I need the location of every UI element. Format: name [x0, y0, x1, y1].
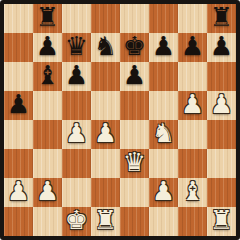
square-e2[interactable] [120, 178, 149, 207]
square-g2[interactable]: ♝ [178, 178, 207, 207]
square-d4[interactable]: ♟ [91, 120, 120, 149]
white-rook-piece: ♜ [210, 206, 233, 235]
black-knight-piece: ♞ [94, 32, 117, 61]
chess-board: ♜♜♟♛♞♚♟♟♟♝♟♟♟♟♟♟♟♞♛♟♟♟♝♚♜♜ [4, 4, 236, 236]
square-c8[interactable] [62, 4, 91, 33]
black-pawn-piece: ♟ [123, 61, 146, 90]
square-b7[interactable]: ♟ [33, 33, 62, 62]
black-pawn-piece: ♟ [7, 90, 30, 119]
square-a8[interactable] [4, 4, 33, 33]
black-bishop-piece: ♝ [36, 61, 59, 90]
black-pawn-piece: ♟ [152, 32, 175, 61]
square-b2[interactable]: ♟ [33, 178, 62, 207]
square-h7[interactable]: ♟ [207, 33, 236, 62]
square-h3[interactable] [207, 149, 236, 178]
square-h6[interactable] [207, 62, 236, 91]
square-h1[interactable]: ♜ [207, 207, 236, 236]
square-h5[interactable]: ♟ [207, 91, 236, 120]
black-pawn-piece: ♟ [210, 32, 233, 61]
white-pawn-piece: ♟ [181, 90, 204, 119]
square-d1[interactable]: ♜ [91, 207, 120, 236]
square-f3[interactable] [149, 149, 178, 178]
square-e3[interactable]: ♛ [120, 149, 149, 178]
square-h4[interactable] [207, 120, 236, 149]
square-d7[interactable]: ♞ [91, 33, 120, 62]
square-c5[interactable] [62, 91, 91, 120]
square-f6[interactable] [149, 62, 178, 91]
black-rook-piece: ♜ [210, 3, 233, 32]
white-pawn-piece: ♟ [152, 177, 175, 206]
square-b6[interactable]: ♝ [33, 62, 62, 91]
square-f7[interactable]: ♟ [149, 33, 178, 62]
square-h2[interactable] [207, 178, 236, 207]
square-e7[interactable]: ♚ [120, 33, 149, 62]
square-d8[interactable] [91, 4, 120, 33]
square-h8[interactable]: ♜ [207, 4, 236, 33]
square-c7[interactable]: ♛ [62, 33, 91, 62]
black-pawn-piece: ♟ [181, 32, 204, 61]
square-a5[interactable]: ♟ [4, 91, 33, 120]
square-e6[interactable]: ♟ [120, 62, 149, 91]
white-pawn-piece: ♟ [65, 119, 88, 148]
square-a6[interactable] [4, 62, 33, 91]
white-queen-piece: ♛ [123, 148, 146, 177]
square-a7[interactable] [4, 33, 33, 62]
square-e1[interactable] [120, 207, 149, 236]
square-f4[interactable]: ♞ [149, 120, 178, 149]
black-pawn-piece: ♟ [65, 61, 88, 90]
square-f5[interactable] [149, 91, 178, 120]
square-b3[interactable] [33, 149, 62, 178]
square-a4[interactable] [4, 120, 33, 149]
square-a1[interactable] [4, 207, 33, 236]
chess-board-frame: ♜♜♟♛♞♚♟♟♟♝♟♟♟♟♟♟♟♞♛♟♟♟♝♚♜♜ [0, 0, 240, 240]
white-pawn-piece: ♟ [94, 119, 117, 148]
black-queen-piece: ♛ [65, 32, 88, 61]
square-f1[interactable] [149, 207, 178, 236]
square-d3[interactable] [91, 149, 120, 178]
square-b1[interactable] [33, 207, 62, 236]
square-g6[interactable] [178, 62, 207, 91]
black-pawn-piece: ♟ [36, 32, 59, 61]
square-d6[interactable] [91, 62, 120, 91]
black-rook-piece: ♜ [36, 3, 59, 32]
square-e8[interactable] [120, 4, 149, 33]
square-c6[interactable]: ♟ [62, 62, 91, 91]
white-pawn-piece: ♟ [36, 177, 59, 206]
square-b4[interactable] [33, 120, 62, 149]
square-f8[interactable] [149, 4, 178, 33]
square-b5[interactable] [33, 91, 62, 120]
square-g3[interactable] [178, 149, 207, 178]
square-g1[interactable] [178, 207, 207, 236]
square-g7[interactable]: ♟ [178, 33, 207, 62]
white-knight-piece: ♞ [152, 119, 175, 148]
square-f2[interactable]: ♟ [149, 178, 178, 207]
white-rook-piece: ♜ [94, 206, 117, 235]
square-d2[interactable] [91, 178, 120, 207]
square-e5[interactable] [120, 91, 149, 120]
white-pawn-piece: ♟ [210, 90, 233, 119]
square-c4[interactable]: ♟ [62, 120, 91, 149]
square-a3[interactable] [4, 149, 33, 178]
black-king-piece: ♚ [123, 32, 146, 61]
white-pawn-piece: ♟ [7, 177, 30, 206]
white-king-piece: ♚ [65, 206, 88, 235]
square-g4[interactable] [178, 120, 207, 149]
square-c1[interactable]: ♚ [62, 207, 91, 236]
square-d5[interactable] [91, 91, 120, 120]
white-bishop-piece: ♝ [181, 177, 204, 206]
square-c3[interactable] [62, 149, 91, 178]
square-c2[interactable] [62, 178, 91, 207]
square-g5[interactable]: ♟ [178, 91, 207, 120]
square-e4[interactable] [120, 120, 149, 149]
square-a2[interactable]: ♟ [4, 178, 33, 207]
square-b8[interactable]: ♜ [33, 4, 62, 33]
square-g8[interactable] [178, 4, 207, 33]
